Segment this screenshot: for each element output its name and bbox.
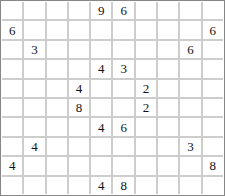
cell-r4c1[interactable] bbox=[2, 60, 22, 77]
cell-r5c2[interactable] bbox=[24, 80, 44, 97]
clue-cell-r2c1: 6 bbox=[2, 21, 22, 38]
cell-r6c2[interactable] bbox=[24, 99, 44, 116]
cell-r10c3[interactable] bbox=[47, 177, 67, 194]
cell-r2c5[interactable] bbox=[91, 21, 111, 38]
cell-r6c8[interactable] bbox=[158, 99, 178, 116]
cell-r8c1[interactable] bbox=[2, 138, 22, 155]
clue-cell-r7c6: 6 bbox=[113, 118, 133, 135]
cell-r7c10[interactable] bbox=[203, 118, 223, 135]
cell-r4c7[interactable] bbox=[136, 60, 156, 77]
cell-r4c4[interactable] bbox=[69, 60, 89, 77]
clue-cell-r5c4: 4 bbox=[69, 80, 89, 97]
cell-r3c6[interactable] bbox=[113, 41, 133, 58]
clue-cell-r7c5: 4 bbox=[91, 118, 111, 135]
cell-r7c8[interactable] bbox=[158, 118, 178, 135]
cell-r8c7[interactable] bbox=[136, 138, 156, 155]
cell-r10c2[interactable] bbox=[24, 177, 44, 194]
cell-r6c5[interactable] bbox=[91, 99, 111, 116]
cell-r3c3[interactable] bbox=[47, 41, 67, 58]
cell-r1c3[interactable] bbox=[47, 2, 67, 19]
cell-r2c2[interactable] bbox=[24, 21, 44, 38]
cell-r1c8[interactable] bbox=[158, 2, 178, 19]
cell-r8c3[interactable] bbox=[47, 138, 67, 155]
cell-r7c3[interactable] bbox=[47, 118, 67, 135]
clue-cell-r4c6: 3 bbox=[113, 60, 133, 77]
clue-cell-r3c2: 3 bbox=[24, 41, 44, 58]
cell-r3c4[interactable] bbox=[69, 41, 89, 58]
clue-cell-r4c5: 4 bbox=[91, 60, 111, 77]
cell-r8c6[interactable] bbox=[113, 138, 133, 155]
cell-r7c9[interactable] bbox=[180, 118, 200, 135]
cell-r9c8[interactable] bbox=[158, 157, 178, 174]
cell-r4c9[interactable] bbox=[180, 60, 200, 77]
clue-cell-r6c4: 8 bbox=[69, 99, 89, 116]
cell-r5c10[interactable] bbox=[203, 80, 223, 97]
cell-r6c1[interactable] bbox=[2, 99, 22, 116]
clue-cell-r5c7: 2 bbox=[136, 80, 156, 97]
cell-r9c2[interactable] bbox=[24, 157, 44, 174]
clue-cell-r1c6: 6 bbox=[113, 2, 133, 19]
cell-r4c2[interactable] bbox=[24, 60, 44, 77]
cell-r10c1[interactable] bbox=[2, 177, 22, 194]
clue-cell-r9c10: 8 bbox=[203, 157, 223, 174]
cell-r4c3[interactable] bbox=[47, 60, 67, 77]
cell-r1c9[interactable] bbox=[180, 2, 200, 19]
clue-cell-r3c9: 6 bbox=[180, 41, 200, 58]
cell-r10c8[interactable] bbox=[158, 177, 178, 194]
cell-r2c6[interactable] bbox=[113, 21, 133, 38]
cell-r9c5[interactable] bbox=[91, 157, 111, 174]
cell-r1c2[interactable] bbox=[24, 2, 44, 19]
clue-cell-r8c9: 3 bbox=[180, 138, 200, 155]
puzzle-grid: 96663643428246434848 bbox=[2, 2, 223, 194]
clue-cell-r9c1: 4 bbox=[2, 157, 22, 174]
cell-r3c7[interactable] bbox=[136, 41, 156, 58]
cell-r10c10[interactable] bbox=[203, 177, 223, 194]
cell-r10c4[interactable] bbox=[69, 177, 89, 194]
cell-r5c3[interactable] bbox=[47, 80, 67, 97]
cell-r6c10[interactable] bbox=[203, 99, 223, 116]
clue-cell-r1c5: 9 bbox=[91, 2, 111, 19]
cell-r5c1[interactable] bbox=[2, 80, 22, 97]
cell-r9c6[interactable] bbox=[113, 157, 133, 174]
cell-r10c9[interactable] bbox=[180, 177, 200, 194]
cell-r3c10[interactable] bbox=[203, 41, 223, 58]
cell-r5c6[interactable] bbox=[113, 80, 133, 97]
cell-r5c9[interactable] bbox=[180, 80, 200, 97]
cell-r7c1[interactable] bbox=[2, 118, 22, 135]
cell-r6c6[interactable] bbox=[113, 99, 133, 116]
cell-r2c7[interactable] bbox=[136, 21, 156, 38]
cell-r8c10[interactable] bbox=[203, 138, 223, 155]
cell-r9c3[interactable] bbox=[47, 157, 67, 174]
cell-r2c4[interactable] bbox=[69, 21, 89, 38]
cell-r4c8[interactable] bbox=[158, 60, 178, 77]
cell-r8c5[interactable] bbox=[91, 138, 111, 155]
cell-r6c3[interactable] bbox=[47, 99, 67, 116]
cell-r3c8[interactable] bbox=[158, 41, 178, 58]
clue-cell-r6c7: 2 bbox=[136, 99, 156, 116]
cell-r8c4[interactable] bbox=[69, 138, 89, 155]
clue-cell-r10c5: 4 bbox=[91, 177, 111, 194]
cell-r10c7[interactable] bbox=[136, 177, 156, 194]
cell-r2c9[interactable] bbox=[180, 21, 200, 38]
cell-r5c8[interactable] bbox=[158, 80, 178, 97]
cell-r5c5[interactable] bbox=[91, 80, 111, 97]
cell-r2c3[interactable] bbox=[47, 21, 67, 38]
cell-r9c4[interactable] bbox=[69, 157, 89, 174]
cell-r7c7[interactable] bbox=[136, 118, 156, 135]
clue-cell-r2c10: 6 bbox=[203, 21, 223, 38]
cell-r7c4[interactable] bbox=[69, 118, 89, 135]
cell-r3c5[interactable] bbox=[91, 41, 111, 58]
clue-cell-r8c2: 4 bbox=[24, 138, 44, 155]
cell-r8c8[interactable] bbox=[158, 138, 178, 155]
clue-cell-r10c6: 8 bbox=[113, 177, 133, 194]
cell-r3c1[interactable] bbox=[2, 41, 22, 58]
cell-r1c10[interactable] bbox=[203, 2, 223, 19]
cell-r1c7[interactable] bbox=[136, 2, 156, 19]
cell-r9c9[interactable] bbox=[180, 157, 200, 174]
cell-r2c8[interactable] bbox=[158, 21, 178, 38]
cell-r4c10[interactable] bbox=[203, 60, 223, 77]
cell-r9c7[interactable] bbox=[136, 157, 156, 174]
puzzle-board: 96663643428246434848 bbox=[0, 0, 225, 196]
cell-r7c2[interactable] bbox=[24, 118, 44, 135]
cell-r6c9[interactable] bbox=[180, 99, 200, 116]
cell-r1c4[interactable] bbox=[69, 2, 89, 19]
cell-r1c1[interactable] bbox=[2, 2, 22, 19]
